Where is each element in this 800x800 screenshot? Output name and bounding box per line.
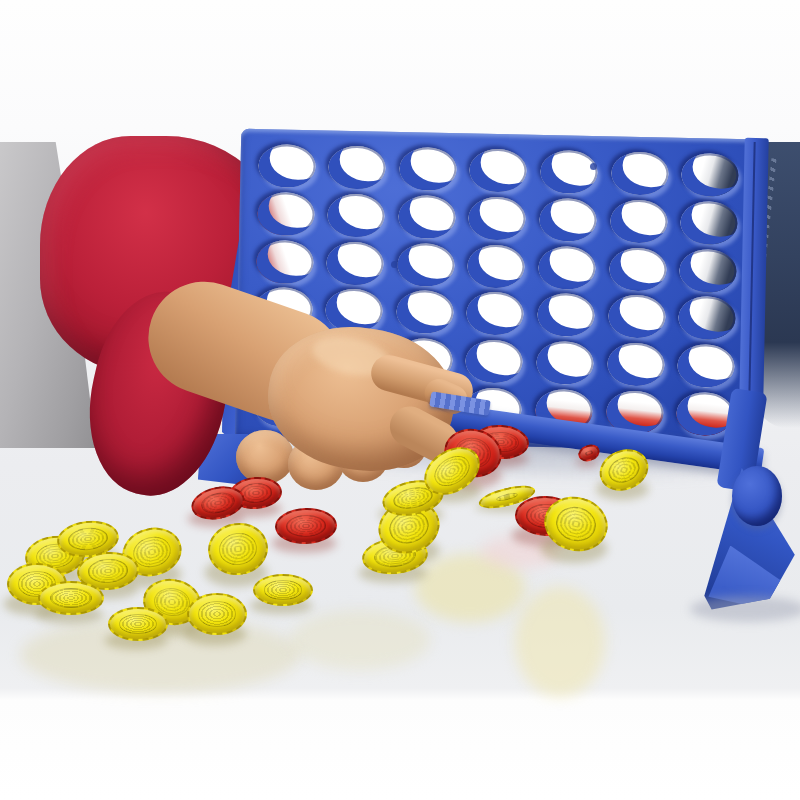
red-disc[interactable] — [274, 507, 337, 545]
yellow-disc[interactable] — [253, 574, 313, 606]
yellow-disc[interactable] — [38, 581, 104, 615]
yellow-disc[interactable] — [187, 593, 247, 635]
yellow-disc[interactable] — [205, 519, 272, 579]
loose-discs — [0, 0, 800, 800]
red-disc[interactable] — [576, 442, 602, 465]
yellow-disc[interactable] — [108, 607, 168, 641]
connect-four-product-photo: { "game": "connect-four", "scene_type": … — [0, 0, 800, 800]
yellow-disc[interactable] — [593, 442, 654, 498]
